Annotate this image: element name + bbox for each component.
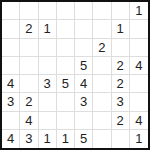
clue-cell-r3c6: 2 (93, 39, 111, 57)
empty-cell-r3c3[interactable] (39, 39, 57, 57)
clue-cell-r5c3: 3 (39, 75, 57, 93)
empty-cell-r7c1[interactable] (2, 112, 20, 130)
empty-cell-r4c2[interactable] (20, 57, 38, 75)
empty-cell-r4c4[interactable] (57, 57, 75, 75)
empty-cell-r3c7[interactable] (112, 39, 130, 57)
empty-cell-r2c6[interactable] (93, 20, 111, 38)
empty-cell-r7c5[interactable] (75, 112, 93, 130)
clue-cell-r4c5: 5 (75, 57, 93, 75)
empty-cell-r8c6[interactable] (93, 130, 111, 148)
clue-cell-r7c2: 4 (20, 112, 38, 130)
empty-cell-r1c5[interactable] (75, 2, 93, 20)
empty-cell-r5c6[interactable] (93, 75, 111, 93)
clue-cell-r5c4: 5 (57, 75, 75, 93)
empty-cell-r2c4[interactable] (57, 20, 75, 38)
clue-cell-r6c1: 3 (2, 93, 20, 111)
empty-cell-r3c8[interactable] (130, 39, 148, 57)
empty-cell-r1c1[interactable] (2, 2, 20, 20)
clue-cell-r4c7: 2 (112, 57, 130, 75)
empty-cell-r1c4[interactable] (57, 2, 75, 20)
clue-cell-r1c8: 1 (130, 2, 148, 20)
empty-cell-r3c5[interactable] (75, 39, 93, 57)
clue-cell-r2c7: 1 (112, 20, 130, 38)
clue-cell-r5c5: 4 (75, 75, 93, 93)
clue-cell-r8c4: 1 (57, 130, 75, 148)
clue-cell-r7c7: 2 (112, 112, 130, 130)
clue-cell-r8c1: 4 (2, 130, 20, 148)
clue-cell-r8c2: 3 (20, 130, 38, 148)
empty-cell-r2c5[interactable] (75, 20, 93, 38)
empty-cell-r6c3[interactable] (39, 93, 57, 111)
empty-cell-r7c4[interactable] (57, 112, 75, 130)
clue-cell-r5c1: 4 (2, 75, 20, 93)
empty-cell-r8c7[interactable] (112, 130, 130, 148)
empty-cell-r7c6[interactable] (93, 112, 111, 130)
empty-cell-r6c8[interactable] (130, 93, 148, 111)
clue-cell-r5c7: 2 (112, 75, 130, 93)
empty-cell-r5c2[interactable] (20, 75, 38, 93)
clue-cell-r7c8: 4 (130, 112, 148, 130)
clue-cell-r8c8: 1 (130, 130, 148, 148)
empty-cell-r7c3[interactable] (39, 112, 57, 130)
clue-cell-r2c3: 1 (39, 20, 57, 38)
empty-cell-r4c3[interactable] (39, 57, 57, 75)
clue-cell-r6c5: 3 (75, 93, 93, 111)
clue-cell-r8c3: 1 (39, 130, 57, 148)
empty-cell-r2c1[interactable] (2, 20, 20, 38)
clue-cell-r8c5: 5 (75, 130, 93, 148)
clue-cell-r6c2: 2 (20, 93, 38, 111)
empty-cell-r6c6[interactable] (93, 93, 111, 111)
empty-cell-r3c1[interactable] (2, 39, 20, 57)
empty-cell-r3c4[interactable] (57, 39, 75, 57)
empty-cell-r1c6[interactable] (93, 2, 111, 20)
empty-cell-r1c2[interactable] (20, 2, 38, 20)
empty-cell-r3c2[interactable] (20, 39, 38, 57)
empty-cell-r1c3[interactable] (39, 2, 57, 20)
clue-cell-r4c8: 4 (130, 57, 148, 75)
empty-cell-r6c4[interactable] (57, 93, 75, 111)
puzzle-board: 12112524435423233424431151 (0, 0, 150, 150)
empty-cell-r5c8[interactable] (130, 75, 148, 93)
empty-cell-r4c6[interactable] (93, 57, 111, 75)
empty-cell-r1c7[interactable] (112, 2, 130, 20)
clue-cell-r6c7: 3 (112, 93, 130, 111)
empty-cell-r4c1[interactable] (2, 57, 20, 75)
clue-cell-r2c2: 2 (20, 20, 38, 38)
empty-cell-r2c8[interactable] (130, 20, 148, 38)
